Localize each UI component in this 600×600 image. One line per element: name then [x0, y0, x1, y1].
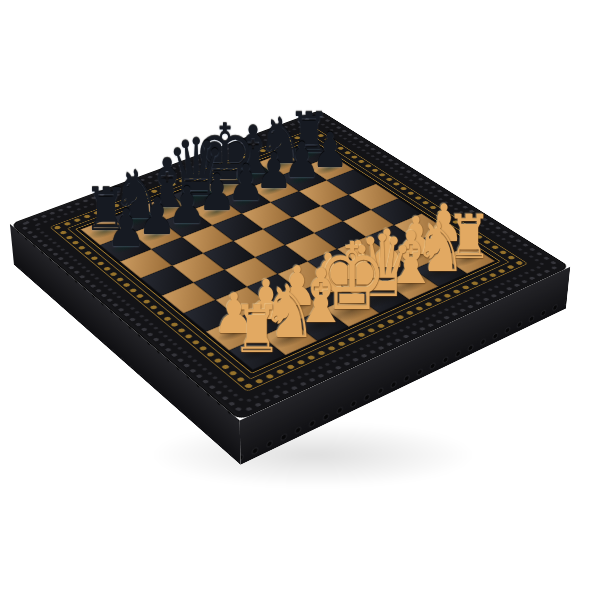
square-c5[interactable]	[203, 241, 255, 270]
square-a5[interactable]	[141, 266, 194, 296]
chess-set-photo: ♜♞♝♛♚♝♞♜♟♟♟♟♟♟♟♟♟♟♟♟♟♟♟♟♜♞♝♚♛♝♞♜	[0, 0, 600, 600]
square-a4[interactable]	[162, 283, 216, 314]
square-b5[interactable]	[172, 253, 225, 282]
black-pawn-glyph: ♟	[106, 202, 145, 254]
white-rook-glyph: ♜	[233, 297, 282, 363]
